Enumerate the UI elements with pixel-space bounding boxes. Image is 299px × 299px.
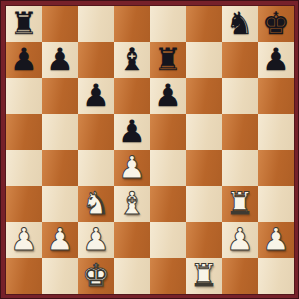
square-g6[interactable]: [222, 78, 258, 114]
white-knight: ♞: [82, 185, 110, 221]
square-a1[interactable]: [6, 258, 42, 294]
white-king: ♚: [82, 257, 110, 293]
square-h2[interactable]: ♟: [258, 222, 294, 258]
square-c8[interactable]: [78, 6, 114, 42]
square-g3[interactable]: ♜: [222, 186, 258, 222]
square-e6[interactable]: ♟: [150, 78, 186, 114]
square-c3[interactable]: ♞: [78, 186, 114, 222]
black-king: ♚: [262, 5, 290, 41]
white-pawn: ♟: [226, 221, 254, 257]
square-b5[interactable]: [42, 114, 78, 150]
square-d6[interactable]: [114, 78, 150, 114]
square-d5[interactable]: ♟: [114, 114, 150, 150]
square-f2[interactable]: [186, 222, 222, 258]
square-c4[interactable]: [78, 150, 114, 186]
square-e1[interactable]: [150, 258, 186, 294]
square-c5[interactable]: [78, 114, 114, 150]
square-h6[interactable]: [258, 78, 294, 114]
square-f8[interactable]: [186, 6, 222, 42]
square-e3[interactable]: [150, 186, 186, 222]
square-b7[interactable]: ♟: [42, 42, 78, 78]
black-pawn: ♟: [10, 41, 38, 77]
black-pawn: ♟: [262, 41, 290, 77]
square-d7[interactable]: ♝: [114, 42, 150, 78]
square-c2[interactable]: ♟: [78, 222, 114, 258]
square-f1[interactable]: ♜: [186, 258, 222, 294]
white-rook: ♜: [190, 257, 218, 293]
square-g4[interactable]: [222, 150, 258, 186]
square-d2[interactable]: [114, 222, 150, 258]
white-pawn: ♟: [262, 221, 290, 257]
white-pawn: ♟: [82, 221, 110, 257]
white-pawn: ♟: [10, 221, 38, 257]
square-f5[interactable]: [186, 114, 222, 150]
black-pawn: ♟: [46, 41, 74, 77]
chess-board-frame: ♜♞♚♟♟♝♜♟♟♟♟♟♞♝♜♟♟♟♟♟♚♜: [0, 0, 299, 299]
square-a3[interactable]: [6, 186, 42, 222]
square-a2[interactable]: ♟: [6, 222, 42, 258]
square-a5[interactable]: [6, 114, 42, 150]
square-h1[interactable]: [258, 258, 294, 294]
white-pawn: ♟: [46, 221, 74, 257]
black-pawn: ♟: [154, 77, 182, 113]
square-h5[interactable]: [258, 114, 294, 150]
square-f4[interactable]: [186, 150, 222, 186]
square-f3[interactable]: [186, 186, 222, 222]
square-d8[interactable]: [114, 6, 150, 42]
black-pawn: ♟: [118, 113, 146, 149]
square-a8[interactable]: ♜: [6, 6, 42, 42]
white-bishop: ♝: [118, 185, 146, 221]
black-pawn: ♟: [82, 77, 110, 113]
black-rook: ♜: [10, 5, 38, 41]
square-b4[interactable]: [42, 150, 78, 186]
black-rook: ♜: [154, 41, 182, 77]
square-a4[interactable]: [6, 150, 42, 186]
black-bishop: ♝: [118, 41, 146, 77]
square-e4[interactable]: [150, 150, 186, 186]
chess-board: ♜♞♚♟♟♝♜♟♟♟♟♟♞♝♜♟♟♟♟♟♚♜: [6, 6, 294, 294]
square-c1[interactable]: ♚: [78, 258, 114, 294]
black-knight: ♞: [226, 5, 254, 41]
square-g2[interactable]: ♟: [222, 222, 258, 258]
square-c6[interactable]: ♟: [78, 78, 114, 114]
white-rook: ♜: [226, 185, 254, 221]
square-g8[interactable]: ♞: [222, 6, 258, 42]
square-b1[interactable]: [42, 258, 78, 294]
square-f6[interactable]: [186, 78, 222, 114]
square-d3[interactable]: ♝: [114, 186, 150, 222]
white-pawn: ♟: [118, 149, 146, 185]
square-b6[interactable]: [42, 78, 78, 114]
square-g1[interactable]: [222, 258, 258, 294]
square-h7[interactable]: ♟: [258, 42, 294, 78]
square-f7[interactable]: [186, 42, 222, 78]
square-c7[interactable]: [78, 42, 114, 78]
square-a7[interactable]: ♟: [6, 42, 42, 78]
square-e2[interactable]: [150, 222, 186, 258]
square-d4[interactable]: ♟: [114, 150, 150, 186]
square-e5[interactable]: [150, 114, 186, 150]
square-g5[interactable]: [222, 114, 258, 150]
square-d1[interactable]: [114, 258, 150, 294]
square-e7[interactable]: ♜: [150, 42, 186, 78]
square-b8[interactable]: [42, 6, 78, 42]
square-h4[interactable]: [258, 150, 294, 186]
square-e8[interactable]: [150, 6, 186, 42]
square-h3[interactable]: [258, 186, 294, 222]
square-g7[interactable]: [222, 42, 258, 78]
square-a6[interactable]: [6, 78, 42, 114]
square-b3[interactable]: [42, 186, 78, 222]
square-b2[interactable]: ♟: [42, 222, 78, 258]
square-h8[interactable]: ♚: [258, 6, 294, 42]
